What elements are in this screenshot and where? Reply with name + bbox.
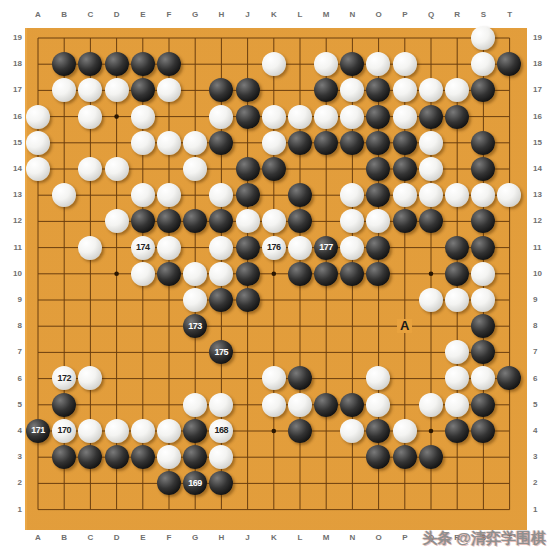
black-stone[interactable] xyxy=(419,209,443,233)
coordinate-label: Q xyxy=(422,10,440,19)
black-stone[interactable] xyxy=(340,393,364,417)
white-stone[interactable] xyxy=(157,445,181,469)
coordinate-label: S xyxy=(474,10,492,19)
coordinate-label: O xyxy=(370,10,388,19)
coordinate-label: L xyxy=(291,10,309,19)
white-stone[interactable]: 172 xyxy=(52,366,76,390)
white-stone[interactable] xyxy=(52,78,76,102)
white-stone[interactable] xyxy=(419,131,443,155)
coordinate-label: E xyxy=(134,10,152,19)
black-stone[interactable] xyxy=(366,183,390,207)
coordinate-label: 19 xyxy=(533,33,550,42)
black-stone[interactable] xyxy=(288,262,312,286)
white-stone[interactable] xyxy=(393,52,417,76)
coordinate-label: 6 xyxy=(2,374,22,383)
coordinate-label: H xyxy=(212,533,230,542)
black-stone[interactable]: 169 xyxy=(183,471,207,495)
white-stone[interactable]: 168 xyxy=(209,419,233,443)
black-stone[interactable] xyxy=(236,236,260,260)
white-stone[interactable] xyxy=(445,288,469,312)
coordinate-label: P xyxy=(396,10,414,19)
coordinate-label: 5 xyxy=(2,400,22,409)
white-stone[interactable] xyxy=(157,131,181,155)
black-stone[interactable] xyxy=(209,209,233,233)
coordinate-label: T xyxy=(501,10,519,19)
coordinate-label: 14 xyxy=(2,164,22,173)
row-labels-left: 19181716151413121110987654321 xyxy=(0,28,25,530)
coordinate-label: 15 xyxy=(533,138,550,147)
black-stone[interactable] xyxy=(183,445,207,469)
white-stone[interactable] xyxy=(131,262,155,286)
white-stone[interactable] xyxy=(340,78,364,102)
white-stone[interactable] xyxy=(157,419,181,443)
white-stone[interactable]: 174 xyxy=(131,236,155,260)
white-stone[interactable] xyxy=(366,52,390,76)
black-stone[interactable] xyxy=(445,236,469,260)
black-stone[interactable] xyxy=(288,209,312,233)
white-stone[interactable] xyxy=(236,209,260,233)
black-stone[interactable] xyxy=(209,131,233,155)
white-stone[interactable] xyxy=(471,52,495,76)
coordinate-label: 10 xyxy=(533,269,550,278)
black-stone[interactable] xyxy=(393,209,417,233)
white-stone[interactable] xyxy=(209,183,233,207)
watermark: 头条 @清弈学围棋 xyxy=(422,529,546,548)
white-stone[interactable] xyxy=(262,393,286,417)
coordinate-label: H xyxy=(212,10,230,19)
coordinate-label: 18 xyxy=(2,59,22,68)
move-number-label: 177 xyxy=(319,243,333,252)
coordinate-label: 11 xyxy=(2,243,22,252)
column-labels-top: ABCDEFGHJKLMNOPQRST xyxy=(25,0,527,28)
white-stone[interactable] xyxy=(340,209,364,233)
black-stone[interactable] xyxy=(471,78,495,102)
white-stone[interactable] xyxy=(209,236,233,260)
coordinate-label: F xyxy=(160,533,178,542)
black-stone[interactable] xyxy=(366,105,390,129)
white-stone[interactable] xyxy=(105,209,129,233)
coordinate-label: 9 xyxy=(533,295,550,304)
coordinate-label: 7 xyxy=(533,347,550,356)
black-stone[interactable] xyxy=(157,471,181,495)
black-stone[interactable]: 173 xyxy=(183,314,207,338)
white-stone[interactable] xyxy=(393,183,417,207)
coordinate-label: N xyxy=(343,533,361,542)
white-stone[interactable] xyxy=(471,26,495,50)
white-stone[interactable] xyxy=(419,78,443,102)
coordinate-label: 6 xyxy=(533,374,550,383)
coordinate-label: J xyxy=(239,10,257,19)
black-stone[interactable] xyxy=(105,52,129,76)
white-stone[interactable] xyxy=(105,78,129,102)
coordinate-label: 16 xyxy=(533,112,550,121)
black-stone[interactable] xyxy=(288,366,312,390)
black-stone[interactable] xyxy=(209,78,233,102)
coordinate-label: A xyxy=(29,10,47,19)
coordinate-label: B xyxy=(55,10,73,19)
coordinate-label: 17 xyxy=(2,85,22,94)
black-stone[interactable]: 171 xyxy=(26,419,50,443)
black-stone[interactable] xyxy=(497,366,521,390)
black-stone[interactable] xyxy=(288,131,312,155)
coordinate-label: 1 xyxy=(2,505,22,514)
black-stone[interactable] xyxy=(366,262,390,286)
white-stone[interactable] xyxy=(26,105,50,129)
black-stone[interactable] xyxy=(236,105,260,129)
white-stone[interactable] xyxy=(445,183,469,207)
coordinate-label: 10 xyxy=(2,269,22,278)
black-stone[interactable] xyxy=(393,445,417,469)
black-stone[interactable] xyxy=(105,445,129,469)
coordinate-label: D xyxy=(108,533,126,542)
white-stone[interactable] xyxy=(262,209,286,233)
white-stone[interactable] xyxy=(78,157,102,181)
white-stone[interactable] xyxy=(78,105,102,129)
white-stone[interactable] xyxy=(262,131,286,155)
coordinate-label: F xyxy=(160,10,178,19)
black-stone[interactable] xyxy=(497,52,521,76)
coordinate-label: P xyxy=(396,533,414,542)
coordinate-label: 3 xyxy=(533,452,550,461)
coordinate-label: C xyxy=(81,10,99,19)
black-stone[interactable] xyxy=(78,445,102,469)
black-stone[interactable] xyxy=(340,262,364,286)
move-number-label: 171 xyxy=(31,426,45,435)
black-stone[interactable] xyxy=(366,157,390,181)
coordinate-label: K xyxy=(265,10,283,19)
coordinate-label: M xyxy=(317,10,335,19)
white-stone[interactable] xyxy=(445,340,469,364)
go-board[interactable]: 174176177173175172171170168169A xyxy=(25,28,527,530)
coordinate-label: 8 xyxy=(2,321,22,330)
black-stone[interactable] xyxy=(419,445,443,469)
black-stone[interactable] xyxy=(471,393,495,417)
black-stone[interactable] xyxy=(366,78,390,102)
white-stone[interactable] xyxy=(314,52,338,76)
black-stone[interactable] xyxy=(314,262,338,286)
black-stone[interactable] xyxy=(366,419,390,443)
black-stone[interactable] xyxy=(157,262,181,286)
white-stone[interactable] xyxy=(78,366,102,390)
white-stone[interactable] xyxy=(393,78,417,102)
white-stone[interactable] xyxy=(288,393,312,417)
coordinate-label: G xyxy=(186,533,204,542)
coordinate-label: 11 xyxy=(533,243,550,252)
black-stone[interactable] xyxy=(445,262,469,286)
white-stone[interactable] xyxy=(445,393,469,417)
coordinate-label: D xyxy=(108,10,126,19)
black-stone[interactable] xyxy=(236,157,260,181)
white-stone[interactable] xyxy=(78,78,102,102)
coordinate-label: R xyxy=(448,10,466,19)
coordinate-label: 14 xyxy=(533,164,550,173)
coordinate-label: 4 xyxy=(533,426,550,435)
black-stone[interactable] xyxy=(471,209,495,233)
black-stone[interactable] xyxy=(366,445,390,469)
coordinate-label: 19 xyxy=(2,33,22,42)
black-stone[interactable] xyxy=(471,236,495,260)
white-stone[interactable] xyxy=(471,262,495,286)
coordinate-label: B xyxy=(55,533,73,542)
white-stone[interactable] xyxy=(105,157,129,181)
coordinate-label: 15 xyxy=(2,138,22,147)
black-stone[interactable] xyxy=(366,236,390,260)
coordinate-label: 5 xyxy=(533,400,550,409)
white-stone[interactable] xyxy=(471,183,495,207)
black-stone[interactable] xyxy=(471,157,495,181)
white-stone[interactable] xyxy=(340,236,364,260)
white-stone[interactable] xyxy=(393,419,417,443)
white-stone[interactable] xyxy=(288,105,312,129)
white-stone[interactable] xyxy=(183,157,207,181)
coordinate-label: M xyxy=(317,533,335,542)
coordinate-label: 4 xyxy=(2,426,22,435)
white-stone[interactable] xyxy=(209,105,233,129)
black-stone[interactable] xyxy=(288,183,312,207)
move-number-label: 172 xyxy=(57,374,71,383)
black-stone[interactable] xyxy=(236,262,260,286)
coordinate-label: N xyxy=(343,10,361,19)
white-stone[interactable] xyxy=(183,393,207,417)
black-stone[interactable] xyxy=(183,209,207,233)
move-number-label: 174 xyxy=(136,243,150,252)
white-stone[interactable] xyxy=(340,419,364,443)
coordinate-label: 8 xyxy=(533,321,550,330)
move-number-label: 175 xyxy=(215,348,229,357)
white-stone[interactable] xyxy=(183,288,207,312)
black-stone[interactable]: 175 xyxy=(209,340,233,364)
annotation-letter: A xyxy=(397,319,412,333)
black-stone[interactable] xyxy=(393,157,417,181)
coordinate-label: 12 xyxy=(2,216,22,225)
white-stone[interactable]: 176 xyxy=(262,236,286,260)
black-stone[interactable] xyxy=(471,314,495,338)
go-diagram: 174176177173175172171170168169A ABCDEFGH… xyxy=(0,0,550,550)
coordinate-label: 3 xyxy=(2,452,22,461)
black-stone[interactable] xyxy=(471,419,495,443)
white-stone[interactable] xyxy=(26,157,50,181)
black-stone[interactable] xyxy=(340,52,364,76)
white-stone[interactable] xyxy=(419,183,443,207)
white-stone[interactable] xyxy=(419,157,443,181)
white-stone[interactable] xyxy=(366,393,390,417)
coordinate-label: A xyxy=(29,533,47,542)
white-stone[interactable] xyxy=(262,366,286,390)
white-stone[interactable] xyxy=(183,131,207,155)
white-stone[interactable] xyxy=(262,52,286,76)
white-stone[interactable] xyxy=(78,236,102,260)
coordinate-label: K xyxy=(265,533,283,542)
black-stone[interactable] xyxy=(314,131,338,155)
white-stone[interactable] xyxy=(419,393,443,417)
white-stone[interactable] xyxy=(471,366,495,390)
move-number-label: 170 xyxy=(57,426,71,435)
black-stone[interactable] xyxy=(366,131,390,155)
black-stone[interactable] xyxy=(236,78,260,102)
black-stone[interactable] xyxy=(262,157,286,181)
row-labels-right: 19181716151413121110987654321 xyxy=(529,28,550,530)
white-stone[interactable] xyxy=(183,262,207,286)
move-number-label: 173 xyxy=(188,322,202,331)
coordinate-label: 17 xyxy=(533,85,550,94)
white-stone[interactable] xyxy=(209,445,233,469)
move-number-label: 169 xyxy=(188,479,202,488)
black-stone[interactable] xyxy=(157,52,181,76)
coordinate-label: O xyxy=(370,533,388,542)
white-stone[interactable] xyxy=(419,288,443,312)
black-stone[interactable] xyxy=(314,393,338,417)
black-stone[interactable] xyxy=(445,419,469,443)
black-stone[interactable] xyxy=(52,52,76,76)
black-stone[interactable] xyxy=(445,105,469,129)
white-stone[interactable] xyxy=(131,419,155,443)
white-stone[interactable] xyxy=(131,183,155,207)
white-stone[interactable] xyxy=(52,183,76,207)
coordinate-label: 13 xyxy=(2,190,22,199)
coordinate-label: 2 xyxy=(533,478,550,487)
white-stone[interactable] xyxy=(393,105,417,129)
white-stone[interactable] xyxy=(314,105,338,129)
black-stone[interactable] xyxy=(209,288,233,312)
black-stone[interactable] xyxy=(340,131,364,155)
white-stone[interactable] xyxy=(262,105,286,129)
move-number-label: 176 xyxy=(267,243,281,252)
black-stone[interactable] xyxy=(131,445,155,469)
white-stone[interactable] xyxy=(131,131,155,155)
white-stone[interactable] xyxy=(340,105,364,129)
white-stone[interactable] xyxy=(105,419,129,443)
black-stone[interactable] xyxy=(471,340,495,364)
coordinate-label: 16 xyxy=(2,112,22,121)
coordinate-label: C xyxy=(81,533,99,542)
coordinate-label: 12 xyxy=(533,216,550,225)
white-stone[interactable] xyxy=(340,183,364,207)
white-stone[interactable] xyxy=(157,78,181,102)
white-stone[interactable] xyxy=(445,366,469,390)
black-stone[interactable] xyxy=(209,471,233,495)
coordinate-label: G xyxy=(186,10,204,19)
black-stone[interactable] xyxy=(131,78,155,102)
black-stone[interactable] xyxy=(236,183,260,207)
black-stone[interactable] xyxy=(236,288,260,312)
coordinate-label: E xyxy=(134,533,152,542)
move-number-label: 168 xyxy=(215,426,229,435)
white-stone[interactable] xyxy=(131,105,155,129)
black-stone[interactable] xyxy=(288,419,312,443)
black-stone[interactable] xyxy=(183,419,207,443)
black-stone[interactable] xyxy=(52,393,76,417)
black-stone[interactable]: 177 xyxy=(314,236,338,260)
coordinate-label: 13 xyxy=(533,190,550,199)
black-stone[interactable] xyxy=(393,131,417,155)
white-stone[interactable] xyxy=(209,262,233,286)
coordinate-label: 2 xyxy=(2,478,22,487)
coordinate-label: L xyxy=(291,533,309,542)
stones-grid: 174176177173175172171170168169A xyxy=(25,25,523,523)
black-stone[interactable] xyxy=(78,52,102,76)
white-stone[interactable] xyxy=(209,393,233,417)
white-stone[interactable] xyxy=(78,419,102,443)
black-stone[interactable] xyxy=(157,209,181,233)
black-stone[interactable] xyxy=(131,209,155,233)
white-stone[interactable] xyxy=(366,209,390,233)
black-stone[interactable] xyxy=(471,131,495,155)
white-stone[interactable] xyxy=(497,183,521,207)
coordinate-label: 18 xyxy=(533,59,550,68)
white-stone[interactable] xyxy=(157,183,181,207)
coordinate-label: 9 xyxy=(2,295,22,304)
coordinate-label: 1 xyxy=(533,505,550,514)
coordinate-label: J xyxy=(239,533,257,542)
white-stone[interactable]: 170 xyxy=(52,419,76,443)
white-stone[interactable] xyxy=(157,236,181,260)
white-stone[interactable] xyxy=(366,366,390,390)
white-stone[interactable] xyxy=(445,78,469,102)
white-stone[interactable] xyxy=(26,131,50,155)
black-stone[interactable] xyxy=(52,445,76,469)
black-stone[interactable] xyxy=(314,78,338,102)
white-stone[interactable] xyxy=(471,288,495,312)
black-stone[interactable] xyxy=(131,52,155,76)
black-stone[interactable] xyxy=(419,105,443,129)
white-stone[interactable] xyxy=(288,236,312,260)
coordinate-label: 7 xyxy=(2,347,22,356)
